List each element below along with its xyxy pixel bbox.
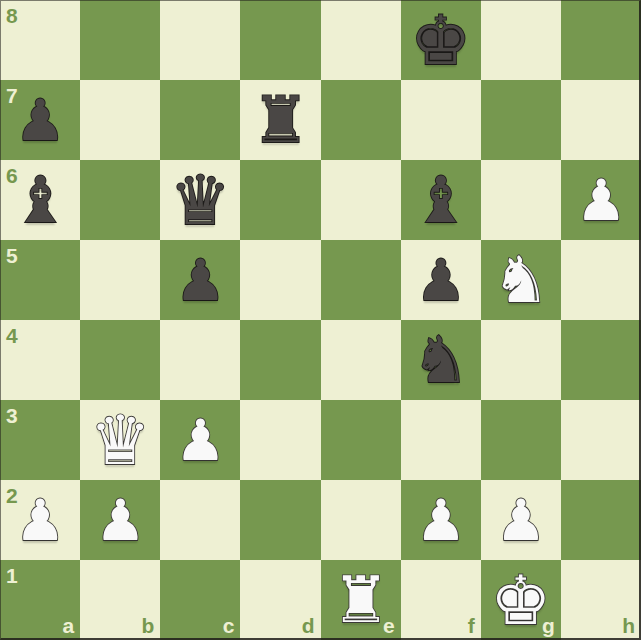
square-h5[interactable] [561,240,641,320]
chess-board: 8♚7♟♜6♝♛♝♟5♟♟♞4♞3♛♟2♟♟♟♟1abcde♜fg♚h [0,0,641,640]
square-e4[interactable] [321,320,401,400]
square-f5[interactable]: ♟ [401,240,481,320]
square-b4[interactable] [80,320,160,400]
square-e7[interactable] [321,80,401,160]
square-h4[interactable] [561,320,641,400]
piece-black-pawn-a7[interactable]: ♟ [15,92,66,149]
square-a2[interactable]: 2♟ [0,480,80,560]
square-g2[interactable]: ♟ [481,480,561,560]
square-a1[interactable]: 1a [0,560,80,640]
square-f1[interactable]: f [401,560,481,640]
piece-black-rook-d7[interactable]: ♜ [252,88,309,152]
square-d4[interactable] [240,320,320,400]
rank-label-3: 3 [6,405,18,426]
rank-label-4: 4 [6,325,18,346]
square-g5[interactable]: ♞ [481,240,561,320]
square-h6[interactable]: ♟ [561,160,641,240]
square-g3[interactable] [481,400,561,480]
piece-white-pawn-b2[interactable]: ♟ [95,492,146,549]
square-d3[interactable] [240,400,320,480]
square-g7[interactable] [481,80,561,160]
square-b7[interactable] [80,80,160,160]
square-c7[interactable] [160,80,240,160]
square-c1[interactable]: c [160,560,240,640]
square-b1[interactable]: b [80,560,160,640]
piece-white-rook-e1[interactable]: ♜ [332,568,389,632]
file-label-h: h [622,615,635,636]
square-h8[interactable] [561,0,641,80]
square-f3[interactable] [401,400,481,480]
square-h3[interactable] [561,400,641,480]
file-label-d: d [302,615,315,636]
square-a4[interactable]: 4 [0,320,80,400]
square-d7[interactable]: ♜ [240,80,320,160]
piece-white-knight-g5[interactable]: ♞ [492,248,549,312]
square-c6[interactable]: ♛ [160,160,240,240]
chess-board-container: 8♚7♟♜6♝♛♝♟5♟♟♞4♞3♛♟2♟♟♟♟1abcde♜fg♚h [0,0,641,640]
square-d2[interactable] [240,480,320,560]
piece-black-queen-c6[interactable]: ♛ [170,166,231,234]
rank-label-1: 1 [6,565,18,586]
rank-label-8: 8 [6,5,18,26]
file-label-b: b [141,615,154,636]
piece-white-king-g1[interactable]: ♚ [490,566,551,634]
square-c2[interactable] [160,480,240,560]
piece-white-pawn-g2[interactable]: ♟ [495,492,546,549]
piece-black-knight-f4[interactable]: ♞ [412,328,469,392]
square-h2[interactable] [561,480,641,560]
piece-white-pawn-f2[interactable]: ♟ [415,492,466,549]
piece-white-pawn-a2[interactable]: ♟ [15,492,66,549]
square-b8[interactable] [80,0,160,80]
square-c4[interactable] [160,320,240,400]
square-e2[interactable] [321,480,401,560]
piece-black-bishop-a6[interactable]: ♝ [11,168,68,232]
square-e6[interactable] [321,160,401,240]
square-d6[interactable] [240,160,320,240]
square-d5[interactable] [240,240,320,320]
piece-black-pawn-c5[interactable]: ♟ [175,252,226,309]
piece-black-pawn-f5[interactable]: ♟ [415,252,466,309]
square-f8[interactable]: ♚ [401,0,481,80]
file-label-a: a [62,615,74,636]
square-a5[interactable]: 5 [0,240,80,320]
square-h7[interactable] [561,80,641,160]
square-c3[interactable]: ♟ [160,400,240,480]
square-b5[interactable] [80,240,160,320]
square-g4[interactable] [481,320,561,400]
square-d8[interactable] [240,0,320,80]
square-f4[interactable]: ♞ [401,320,481,400]
square-e8[interactable] [321,0,401,80]
square-b2[interactable]: ♟ [80,480,160,560]
piece-white-pawn-c3[interactable]: ♟ [175,412,226,469]
file-label-c: c [223,615,235,636]
piece-white-queen-b3[interactable]: ♛ [90,406,151,474]
square-e5[interactable] [321,240,401,320]
square-h1[interactable]: h [561,560,641,640]
piece-black-bishop-f6[interactable]: ♝ [412,168,469,232]
square-a7[interactable]: 7♟ [0,80,80,160]
square-g8[interactable] [481,0,561,80]
square-g6[interactable] [481,160,561,240]
file-label-f: f [468,615,475,636]
square-c8[interactable] [160,0,240,80]
piece-white-pawn-h6[interactable]: ♟ [575,172,626,229]
square-d1[interactable]: d [240,560,320,640]
square-a3[interactable]: 3 [0,400,80,480]
square-g1[interactable]: g♚ [481,560,561,640]
square-a8[interactable]: 8 [0,0,80,80]
square-e1[interactable]: e♜ [321,560,401,640]
square-e3[interactable] [321,400,401,480]
square-f2[interactable]: ♟ [401,480,481,560]
square-c5[interactable]: ♟ [160,240,240,320]
piece-black-king-f8[interactable]: ♚ [410,6,471,74]
square-f7[interactable] [401,80,481,160]
square-b3[interactable]: ♛ [80,400,160,480]
square-f6[interactable]: ♝ [401,160,481,240]
square-a6[interactable]: 6♝ [0,160,80,240]
rank-label-5: 5 [6,245,18,266]
square-b6[interactable] [80,160,160,240]
